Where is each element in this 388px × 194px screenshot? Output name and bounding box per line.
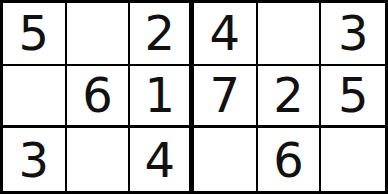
cell-r1c6[interactable]: 3	[321, 3, 385, 66]
cell-r2c5[interactable]: 2	[258, 66, 322, 129]
cell-r2c1[interactable]	[3, 66, 67, 129]
cell-r1c1[interactable]: 5	[3, 3, 67, 66]
cell-r3c6[interactable]	[321, 128, 385, 191]
cell-r1c4[interactable]: 4	[194, 3, 258, 66]
cell-r3c1[interactable]: 3	[3, 128, 67, 191]
cell-r3c3[interactable]: 4	[130, 128, 194, 191]
cell-r2c2[interactable]: 6	[67, 66, 131, 129]
cell-r1c2[interactable]	[67, 3, 131, 66]
sudoku-board: 524361725346	[0, 0, 388, 194]
cell-r1c5[interactable]	[258, 3, 322, 66]
cell-r1c3[interactable]: 2	[130, 3, 194, 66]
cell-r3c2[interactable]	[67, 128, 131, 191]
cell-r3c5[interactable]: 6	[258, 128, 322, 191]
cell-r2c4[interactable]: 7	[194, 66, 258, 129]
cell-r2c3[interactable]: 1	[130, 66, 194, 129]
cell-r2c6[interactable]: 5	[321, 66, 385, 129]
cell-r3c4[interactable]	[194, 128, 258, 191]
